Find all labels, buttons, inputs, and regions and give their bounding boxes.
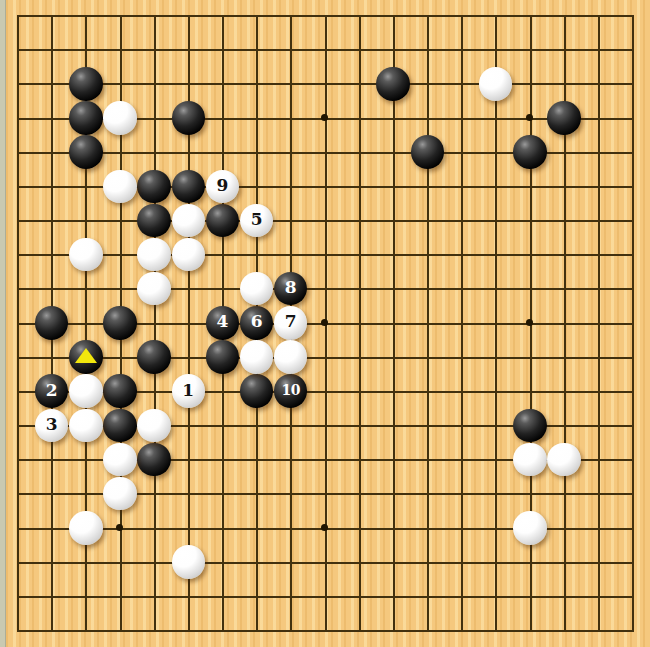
stone-white-R6 [547, 443, 581, 477]
stone-black-B8: 2 [35, 374, 69, 408]
stone-white-C12 [69, 238, 103, 272]
star-point [526, 319, 533, 326]
stone-black-Q15 [513, 135, 547, 169]
stone-black-G13 [206, 204, 240, 238]
stone-white-D6 [103, 443, 137, 477]
stone-white-Q6 [513, 443, 547, 477]
stone-white-D16 [103, 101, 137, 135]
stone-black-E6 [137, 443, 171, 477]
move-number-label: 3 [46, 416, 58, 433]
stone-white-E11 [137, 272, 171, 306]
stone-black-N15 [411, 135, 445, 169]
stone-white-J10: 7 [274, 306, 308, 340]
star-point [321, 319, 328, 326]
stone-white-H13: 5 [240, 204, 274, 238]
star-point [116, 524, 123, 531]
star-point [526, 114, 533, 121]
stone-white-C4 [69, 511, 103, 545]
stone-black-R16 [547, 101, 581, 135]
stone-black-C9 [69, 340, 103, 374]
stone-black-H10: 6 [240, 306, 274, 340]
stone-black-F14 [172, 170, 206, 204]
stone-black-G10: 4 [206, 306, 240, 340]
move-number-label: 6 [251, 313, 263, 330]
move-number-label: 5 [251, 211, 263, 228]
star-point [321, 524, 328, 531]
stone-white-F13 [172, 204, 206, 238]
stone-black-C16 [69, 101, 103, 135]
star-point [321, 114, 328, 121]
stone-white-H9 [240, 340, 274, 374]
stone-white-F8: 1 [172, 374, 206, 408]
stone-black-E14 [137, 170, 171, 204]
stone-white-P17 [479, 67, 513, 101]
move-number-label: 7 [285, 313, 297, 330]
stone-white-B7: 3 [35, 409, 69, 443]
stone-black-D8 [103, 374, 137, 408]
move-number-label: 9 [216, 177, 228, 194]
move-number-label: 2 [46, 382, 58, 399]
stone-black-G9 [206, 340, 240, 374]
move-number-label: 1 [182, 382, 194, 399]
stone-black-H8 [240, 374, 274, 408]
stone-white-Q4 [513, 511, 547, 545]
go-board-screenshot: 84621095713 [0, 0, 650, 647]
stone-black-C17 [69, 67, 103, 101]
stone-black-B10 [35, 306, 69, 340]
stone-black-M17 [376, 67, 410, 101]
stone-black-F16 [172, 101, 206, 135]
stone-white-H11 [240, 272, 274, 306]
stone-white-C8 [69, 374, 103, 408]
move-number-label: 4 [216, 313, 228, 330]
stone-black-C15 [69, 135, 103, 169]
stone-black-J8: 10 [274, 374, 308, 408]
triangle-marker [75, 348, 97, 363]
stone-white-F12 [172, 238, 206, 272]
stone-white-D14 [103, 170, 137, 204]
stone-black-D10 [103, 306, 137, 340]
stone-white-E7 [137, 409, 171, 443]
window-edge-strip [0, 0, 6, 647]
stone-black-Q7 [513, 409, 547, 443]
go-board[interactable]: 84621095713 [0, 0, 649, 647]
stone-black-J11: 8 [274, 272, 308, 306]
stone-white-J9 [274, 340, 308, 374]
move-number-label: 8 [285, 279, 297, 296]
stone-black-D7 [103, 409, 137, 443]
move-number-label: 10 [281, 383, 299, 397]
stone-white-C7 [69, 409, 103, 443]
stone-black-E9 [137, 340, 171, 374]
stone-white-D5 [103, 477, 137, 511]
stone-white-E12 [137, 238, 171, 272]
stone-white-G14: 9 [206, 170, 240, 204]
stone-black-E13 [137, 204, 171, 238]
stone-white-F3 [172, 545, 206, 579]
